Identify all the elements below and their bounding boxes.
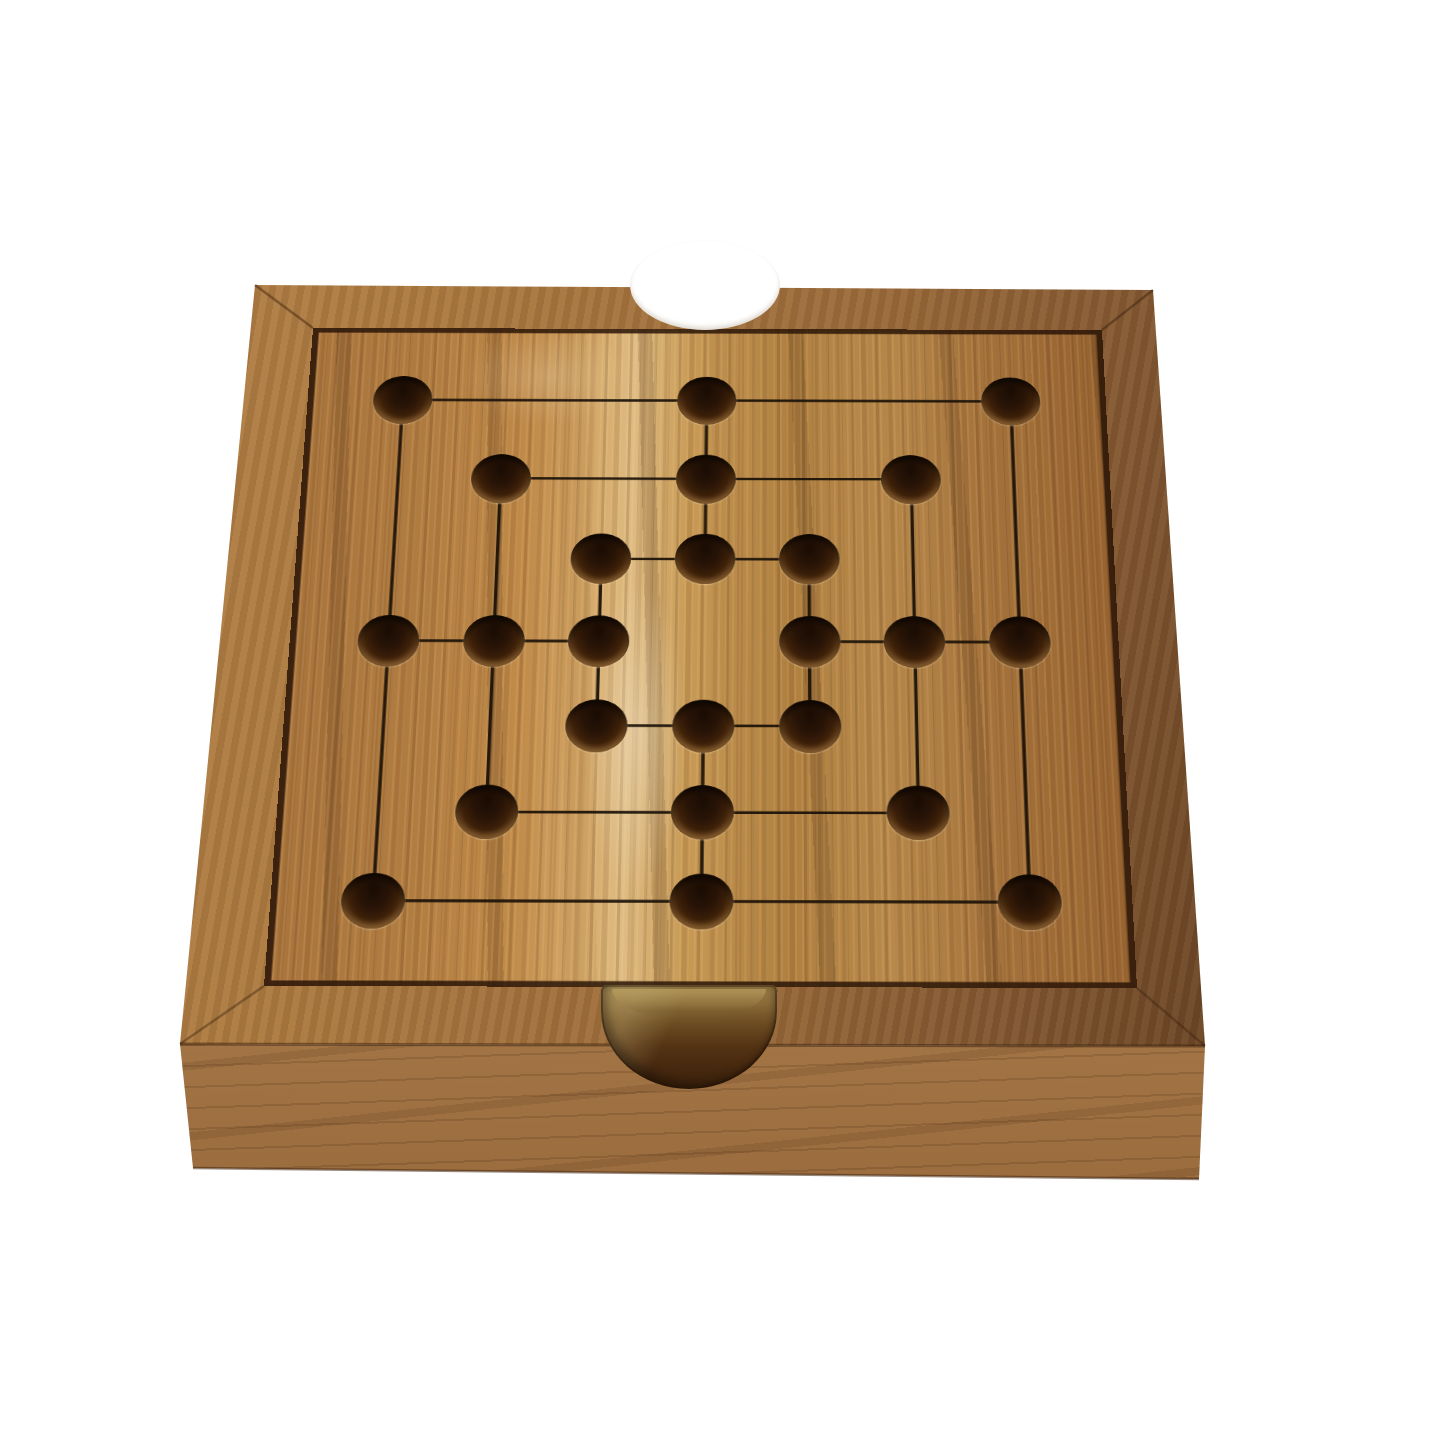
product-photo-canvas xyxy=(0,0,1445,1445)
point-d6-hole xyxy=(676,454,736,503)
point-g7-hole xyxy=(981,377,1042,425)
point-d3-hole xyxy=(672,699,735,752)
point-e3-hole xyxy=(779,700,841,753)
point-d7-hole xyxy=(677,377,736,425)
point-d1-hole xyxy=(669,874,733,930)
point-e5-hole xyxy=(779,534,840,584)
back-thumb-notch xyxy=(630,240,780,330)
sliding-lid-game-board xyxy=(264,328,1137,988)
point-f4-hole xyxy=(884,616,946,668)
point-f6-hole xyxy=(881,455,942,504)
point-e4-hole xyxy=(779,616,840,668)
